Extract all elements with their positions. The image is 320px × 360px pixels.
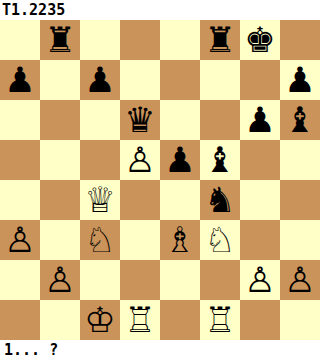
- square-b5[interactable]: [40, 140, 80, 180]
- square-f8[interactable]: ♜: [200, 20, 240, 60]
- piece-white-rook: ♖: [124, 300, 155, 340]
- square-g6[interactable]: ♟: [240, 100, 280, 140]
- square-c6[interactable]: [80, 100, 120, 140]
- square-d3[interactable]: [120, 220, 160, 260]
- piece-white-bishop: ♗: [164, 220, 195, 260]
- piece-black-rook: ♜: [204, 20, 235, 60]
- piece-black-queen: ♛: [124, 100, 155, 140]
- move-prompt: 1... ?: [0, 341, 58, 359]
- square-c1[interactable]: ♔: [80, 300, 120, 340]
- square-e8[interactable]: [160, 20, 200, 60]
- square-d8[interactable]: [120, 20, 160, 60]
- square-e6[interactable]: [160, 100, 200, 140]
- piece-black-pawn: ♟: [284, 60, 315, 100]
- square-c4[interactable]: ♕: [80, 180, 120, 220]
- square-f6[interactable]: [200, 100, 240, 140]
- square-h2[interactable]: ♙: [280, 260, 320, 300]
- piece-black-bishop: ♝: [284, 100, 315, 140]
- square-b2[interactable]: ♙: [40, 260, 80, 300]
- square-e4[interactable]: [160, 180, 200, 220]
- square-b6[interactable]: [40, 100, 80, 140]
- square-a6[interactable]: [0, 100, 40, 140]
- square-h5[interactable]: [280, 140, 320, 180]
- caption-bar: 1... ?: [0, 340, 320, 360]
- square-b3[interactable]: [40, 220, 80, 260]
- square-d7[interactable]: [120, 60, 160, 100]
- square-e2[interactable]: [160, 260, 200, 300]
- square-f4[interactable]: ♞: [200, 180, 240, 220]
- square-h6[interactable]: ♝: [280, 100, 320, 140]
- piece-black-rook: ♜: [44, 20, 75, 60]
- piece-white-pawn: ♙: [4, 220, 35, 260]
- square-d4[interactable]: [120, 180, 160, 220]
- square-d2[interactable]: [120, 260, 160, 300]
- square-g8[interactable]: ♚: [240, 20, 280, 60]
- square-g7[interactable]: [240, 60, 280, 100]
- piece-white-knight: ♘: [204, 220, 235, 260]
- square-a7[interactable]: ♟: [0, 60, 40, 100]
- square-g2[interactable]: ♙: [240, 260, 280, 300]
- square-f7[interactable]: [200, 60, 240, 100]
- piece-black-pawn: ♟: [244, 100, 275, 140]
- square-e7[interactable]: [160, 60, 200, 100]
- piece-black-pawn: ♟: [4, 60, 35, 100]
- piece-white-king: ♔: [84, 300, 115, 340]
- square-a5[interactable]: [0, 140, 40, 180]
- square-e5[interactable]: ♟: [160, 140, 200, 180]
- square-f2[interactable]: [200, 260, 240, 300]
- title-bar: T1.2235: [0, 0, 320, 20]
- square-h4[interactable]: [280, 180, 320, 220]
- square-d1[interactable]: ♖: [120, 300, 160, 340]
- square-g3[interactable]: [240, 220, 280, 260]
- puzzle-id: T1.2235: [0, 1, 65, 19]
- square-c8[interactable]: [80, 20, 120, 60]
- square-a4[interactable]: [0, 180, 40, 220]
- square-e1[interactable]: [160, 300, 200, 340]
- square-g4[interactable]: [240, 180, 280, 220]
- square-d5[interactable]: ♙: [120, 140, 160, 180]
- square-h7[interactable]: ♟: [280, 60, 320, 100]
- piece-black-bishop: ♝: [204, 140, 235, 180]
- piece-white-queen: ♕: [84, 180, 115, 220]
- piece-black-king: ♚: [244, 20, 275, 60]
- square-b7[interactable]: [40, 60, 80, 100]
- square-c5[interactable]: [80, 140, 120, 180]
- square-h1[interactable]: [280, 300, 320, 340]
- piece-white-pawn: ♙: [284, 260, 315, 300]
- chess-board: ♜♜♚♟♟♟♛♟♝♙♟♝♕♞♙♘♗♘♙♙♙♔♖♖: [0, 20, 320, 340]
- square-h8[interactable]: [280, 20, 320, 60]
- piece-white-pawn: ♙: [244, 260, 275, 300]
- piece-black-pawn: ♟: [84, 60, 115, 100]
- square-b8[interactable]: ♜: [40, 20, 80, 60]
- square-g1[interactable]: [240, 300, 280, 340]
- piece-white-pawn: ♙: [124, 140, 155, 180]
- square-h3[interactable]: [280, 220, 320, 260]
- piece-black-pawn: ♟: [164, 140, 195, 180]
- square-a8[interactable]: [0, 20, 40, 60]
- square-b1[interactable]: [40, 300, 80, 340]
- square-f3[interactable]: ♘: [200, 220, 240, 260]
- square-f5[interactable]: ♝: [200, 140, 240, 180]
- piece-black-knight: ♞: [204, 180, 235, 220]
- piece-white-pawn: ♙: [44, 260, 75, 300]
- square-c3[interactable]: ♘: [80, 220, 120, 260]
- piece-white-rook: ♖: [204, 300, 235, 340]
- square-e3[interactable]: ♗: [160, 220, 200, 260]
- square-b4[interactable]: [40, 180, 80, 220]
- square-c2[interactable]: [80, 260, 120, 300]
- square-g5[interactable]: [240, 140, 280, 180]
- square-d6[interactable]: ♛: [120, 100, 160, 140]
- square-f1[interactable]: ♖: [200, 300, 240, 340]
- square-a1[interactable]: [0, 300, 40, 340]
- square-c7[interactable]: ♟: [80, 60, 120, 100]
- square-a3[interactable]: ♙: [0, 220, 40, 260]
- square-a2[interactable]: [0, 260, 40, 300]
- piece-white-knight: ♘: [84, 220, 115, 260]
